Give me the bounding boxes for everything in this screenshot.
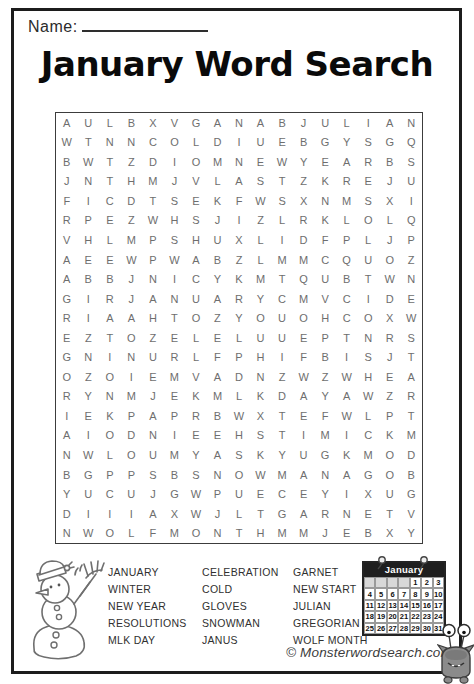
grid-cell-r20c2[interactable]: U (78, 484, 100, 504)
grid-cell-r21c2[interactable]: I (78, 504, 100, 524)
grid-cell-r21c10[interactable]: T (250, 504, 272, 524)
grid-cell-r22c9[interactable]: T (228, 523, 250, 543)
grid-cell-r13c10[interactable]: H (250, 348, 272, 368)
grid-cell-r7c11[interactable]: I (271, 230, 293, 250)
grid-cell-r4c14[interactable]: R (336, 172, 358, 192)
grid-cell-r9c1[interactable]: A (56, 269, 78, 289)
grid-cell-r11c11[interactable]: U (271, 308, 293, 328)
grid-cell-r16c3[interactable]: K (99, 406, 121, 426)
grid-cell-r11c17[interactable]: W (400, 308, 422, 328)
grid-cell-r7c9[interactable]: X (228, 230, 250, 250)
grid-cell-r2c15[interactable]: S (357, 133, 379, 153)
grid-cell-r11c1[interactable]: R (56, 308, 78, 328)
grid-cell-r5c10[interactable]: W (250, 191, 272, 211)
grid-cell-r20c10[interactable]: E (250, 484, 272, 504)
grid-cell-r1c5[interactable]: X (142, 113, 164, 133)
grid-cell-r3c15[interactable]: R (357, 152, 379, 172)
grid-cell-r9c12[interactable]: Q (293, 269, 315, 289)
grid-cell-r3c13[interactable]: E (314, 152, 336, 172)
grid-cell-r15c13[interactable]: Y (314, 387, 336, 407)
grid-cell-r6c17[interactable]: Q (400, 211, 422, 231)
grid-cell-r14c6[interactable]: M (164, 367, 186, 387)
grid-cell-r1c3[interactable]: L (99, 113, 121, 133)
grid-cell-r3c12[interactable]: Y (293, 152, 315, 172)
grid-cell-r11c15[interactable]: O (357, 308, 379, 328)
grid-cell-r18c12[interactable]: U (293, 445, 315, 465)
grid-cell-r15c12[interactable]: A (293, 387, 315, 407)
grid-cell-r18c4[interactable]: O (121, 445, 143, 465)
grid-cell-r17c10[interactable]: S (250, 426, 272, 446)
grid-cell-r16c9[interactable]: W (228, 406, 250, 426)
grid-cell-r4c11[interactable]: T (271, 172, 293, 192)
grid-cell-r21c3[interactable]: I (99, 504, 121, 524)
grid-cell-r15c11[interactable]: D (271, 387, 293, 407)
grid-cell-r5c16[interactable]: X (379, 191, 401, 211)
grid-cell-r8c7[interactable]: A (185, 250, 207, 270)
grid-cell-r9c5[interactable]: N (142, 269, 164, 289)
grid-cell-r17c13[interactable]: M (314, 426, 336, 446)
grid-cell-r19c2[interactable]: G (78, 465, 100, 485)
grid-cell-r18c1[interactable]: N (56, 445, 78, 465)
grid-cell-r22c17[interactable]: Y (400, 523, 422, 543)
grid-cell-r13c17[interactable]: T (400, 348, 422, 368)
grid-cell-r15c6[interactable]: E (164, 387, 186, 407)
grid-cell-r21c15[interactable]: E (357, 504, 379, 524)
grid-cell-r14c10[interactable]: N (250, 367, 272, 387)
grid-cell-r2c3[interactable]: N (99, 133, 121, 153)
grid-cell-r7c14[interactable]: P (336, 230, 358, 250)
grid-cell-r2c17[interactable]: Q (400, 133, 422, 153)
grid-cell-r17c14[interactable]: I (336, 426, 358, 446)
grid-cell-r7c8[interactable]: U (207, 230, 229, 250)
grid-cell-r11c7[interactable]: O (185, 308, 207, 328)
grid-cell-r10c2[interactable]: I (78, 289, 100, 309)
grid-cell-r17c12[interactable]: I (293, 426, 315, 446)
grid-cell-r3c5[interactable]: D (142, 152, 164, 172)
grid-cell-r8c14[interactable]: Q (336, 250, 358, 270)
grid-cell-r13c2[interactable]: N (78, 348, 100, 368)
grid-cell-r4c6[interactable]: J (164, 172, 186, 192)
grid-cell-r12c8[interactable]: E (207, 328, 229, 348)
grid-cell-r3c7[interactable]: O (185, 152, 207, 172)
grid-cell-r3c2[interactable]: W (78, 152, 100, 172)
grid-cell-r1c7[interactable]: G (185, 113, 207, 133)
grid-cell-r8c16[interactable]: O (379, 250, 401, 270)
grid-cell-r8c4[interactable]: W (121, 250, 143, 270)
grid-cell-r1c10[interactable]: A (250, 113, 272, 133)
grid-cell-r15c10[interactable]: K (250, 387, 272, 407)
grid-cell-r7c5[interactable]: P (142, 230, 164, 250)
grid-cell-r6c4[interactable]: Z (121, 211, 143, 231)
grid-cell-r13c5[interactable]: U (142, 348, 164, 368)
grid-cell-r8c3[interactable]: E (99, 250, 121, 270)
grid-cell-r4c4[interactable]: H (121, 172, 143, 192)
grid-cell-r10c10[interactable]: Y (250, 289, 272, 309)
grid-cell-r12c13[interactable]: P (314, 328, 336, 348)
grid-cell-r18c17[interactable]: D (400, 445, 422, 465)
grid-cell-r15c16[interactable]: Z (379, 387, 401, 407)
grid-cell-r21c11[interactable]: G (271, 504, 293, 524)
grid-cell-r1c4[interactable]: B (121, 113, 143, 133)
grid-cell-r21c14[interactable]: N (336, 504, 358, 524)
grid-cell-r10c17[interactable]: E (400, 289, 422, 309)
grid-cell-r22c3[interactable]: O (99, 523, 121, 543)
grid-cell-r16c13[interactable]: F (314, 406, 336, 426)
grid-cell-r3c6[interactable]: I (164, 152, 186, 172)
grid-cell-r14c8[interactable]: A (207, 367, 229, 387)
grid-cell-r5c11[interactable]: S (271, 191, 293, 211)
grid-cell-r11c2[interactable]: I (78, 308, 100, 328)
grid-cell-r4c13[interactable]: K (314, 172, 336, 192)
grid-cell-r2c6[interactable]: O (164, 133, 186, 153)
grid-cell-r10c12[interactable]: M (293, 289, 315, 309)
grid-cell-r10c4[interactable]: J (121, 289, 143, 309)
grid-cell-r5c4[interactable]: D (121, 191, 143, 211)
grid-cell-r12c16[interactable]: R (379, 328, 401, 348)
grid-cell-r19c10[interactable]: W (250, 465, 272, 485)
grid-cell-r13c6[interactable]: R (164, 348, 186, 368)
grid-cell-r14c9[interactable]: D (228, 367, 250, 387)
grid-cell-r20c8[interactable]: P (207, 484, 229, 504)
grid-cell-r6c2[interactable]: P (78, 211, 100, 231)
grid-cell-r7c17[interactable]: P (400, 230, 422, 250)
grid-cell-r7c2[interactable]: H (78, 230, 100, 250)
grid-cell-r5c1[interactable]: F (56, 191, 78, 211)
grid-cell-r12c10[interactable]: U (250, 328, 272, 348)
grid-cell-r2c12[interactable]: B (293, 133, 315, 153)
grid-cell-r6c16[interactable]: L (379, 211, 401, 231)
grid-cell-r11c5[interactable]: H (142, 308, 164, 328)
grid-cell-r11c4[interactable]: A (121, 308, 143, 328)
grid-cell-r21c8[interactable]: J (207, 504, 229, 524)
grid-cell-r4c8[interactable]: L (207, 172, 229, 192)
grid-cell-r9c17[interactable]: N (400, 269, 422, 289)
grid-cell-r19c13[interactable]: N (314, 465, 336, 485)
grid-cell-r15c7[interactable]: K (185, 387, 207, 407)
grid-cell-r4c1[interactable]: J (56, 172, 78, 192)
grid-cell-r3c4[interactable]: Z (121, 152, 143, 172)
grid-cell-r22c1[interactable]: N (56, 523, 78, 543)
grid-cell-r20c13[interactable]: Y (314, 484, 336, 504)
grid-cell-r20c4[interactable]: U (121, 484, 143, 504)
grid-cell-r4c12[interactable]: Z (293, 172, 315, 192)
grid-cell-r6c3[interactable]: E (99, 211, 121, 231)
grid-cell-r5c5[interactable]: T (142, 191, 164, 211)
grid-cell-r18c11[interactable]: Y (271, 445, 293, 465)
grid-cell-r9c15[interactable]: T (357, 269, 379, 289)
grid-cell-r8c12[interactable]: M (293, 250, 315, 270)
grid-cell-r22c13[interactable]: J (314, 523, 336, 543)
grid-cell-r8c10[interactable]: L (250, 250, 272, 270)
grid-cell-r19c15[interactable]: G (357, 465, 379, 485)
grid-cell-r21c5[interactable]: A (142, 504, 164, 524)
grid-cell-r6c8[interactable]: J (207, 211, 229, 231)
grid-cell-r16c1[interactable]: I (56, 406, 78, 426)
grid-cell-r14c17[interactable]: A (400, 367, 422, 387)
grid-cell-r10c5[interactable]: A (142, 289, 164, 309)
grid-cell-r19c3[interactable]: P (99, 465, 121, 485)
grid-cell-r20c5[interactable]: J (142, 484, 164, 504)
grid-cell-r2c13[interactable]: G (314, 133, 336, 153)
grid-cell-r3c8[interactable]: M (207, 152, 229, 172)
grid-cell-r18c3[interactable]: L (99, 445, 121, 465)
grid-cell-r12c12[interactable]: E (293, 328, 315, 348)
grid-cell-r1c15[interactable]: I (357, 113, 379, 133)
grid-cell-r8c9[interactable]: Z (228, 250, 250, 270)
grid-cell-r19c7[interactable]: S (185, 465, 207, 485)
grid-cell-r15c9[interactable]: L (228, 387, 250, 407)
name-blank-line[interactable] (82, 15, 208, 32)
grid-cell-r7c13[interactable]: F (314, 230, 336, 250)
grid-cell-r1c9[interactable]: N (228, 113, 250, 133)
grid-cell-r4c16[interactable]: J (379, 172, 401, 192)
grid-cell-r13c4[interactable]: N (121, 348, 143, 368)
grid-cell-r4c9[interactable]: A (228, 172, 250, 192)
grid-cell-r2c1[interactable]: W (56, 133, 78, 153)
grid-cell-r11c9[interactable]: Y (228, 308, 250, 328)
grid-cell-r13c3[interactable]: I (99, 348, 121, 368)
grid-cell-r4c17[interactable]: U (400, 172, 422, 192)
grid-cell-r2c8[interactable]: D (207, 133, 229, 153)
grid-cell-r16c4[interactable]: P (121, 406, 143, 426)
grid-cell-r17c3[interactable]: O (99, 426, 121, 446)
grid-cell-r1c2[interactable]: U (78, 113, 100, 133)
grid-cell-r10c14[interactable]: C (336, 289, 358, 309)
grid-cell-r3c11[interactable]: W (271, 152, 293, 172)
grid-cell-r10c3[interactable]: R (99, 289, 121, 309)
grid-cell-r13c15[interactable]: S (357, 348, 379, 368)
grid-cell-r11c12[interactable]: O (293, 308, 315, 328)
grid-cell-r17c7[interactable]: E (185, 426, 207, 446)
grid-cell-r19c4[interactable]: P (121, 465, 143, 485)
grid-cell-r5c17[interactable]: I (400, 191, 422, 211)
grid-cell-r15c15[interactable]: W (357, 387, 379, 407)
grid-cell-r8c11[interactable]: M (271, 250, 293, 270)
grid-cell-r18c13[interactable]: G (314, 445, 336, 465)
grid-cell-r22c14[interactable]: E (336, 523, 358, 543)
grid-cell-r15c8[interactable]: M (207, 387, 229, 407)
grid-cell-r6c12[interactable]: R (293, 211, 315, 231)
grid-cell-r6c1[interactable]: R (56, 211, 78, 231)
grid-cell-r15c17[interactable]: R (400, 387, 422, 407)
grid-cell-r14c15[interactable]: H (357, 367, 379, 387)
grid-cell-r16c10[interactable]: X (250, 406, 272, 426)
grid-cell-r5c7[interactable]: E (185, 191, 207, 211)
grid-cell-r20c15[interactable]: X (357, 484, 379, 504)
grid-cell-r6c10[interactable]: Z (250, 211, 272, 231)
grid-cell-r6c9[interactable]: I (228, 211, 250, 231)
grid-cell-r5c3[interactable]: C (99, 191, 121, 211)
grid-cell-r17c8[interactable]: E (207, 426, 229, 446)
grid-cell-r7c1[interactable]: V (56, 230, 78, 250)
grid-cell-r10c6[interactable]: N (164, 289, 186, 309)
grid-cell-r21c9[interactable]: L (228, 504, 250, 524)
grid-cell-r4c5[interactable]: M (142, 172, 164, 192)
grid-cell-r11c3[interactable]: A (99, 308, 121, 328)
grid-cell-r5c15[interactable]: S (357, 191, 379, 211)
grid-cell-r6c7[interactable]: S (185, 211, 207, 231)
grid-cell-r14c7[interactable]: V (185, 367, 207, 387)
grid-cell-r19c5[interactable]: S (142, 465, 164, 485)
grid-cell-r5c9[interactable]: F (228, 191, 250, 211)
grid-cell-r14c5[interactable]: E (142, 367, 164, 387)
grid-cell-r13c1[interactable]: G (56, 348, 78, 368)
grid-cell-r14c16[interactable]: E (379, 367, 401, 387)
grid-cell-r16c14[interactable]: W (336, 406, 358, 426)
grid-cell-r17c9[interactable]: H (228, 426, 250, 446)
grid-cell-r8c8[interactable]: B (207, 250, 229, 270)
grid-cell-r14c12[interactable]: W (293, 367, 315, 387)
grid-cell-r1c12[interactable]: J (293, 113, 315, 133)
grid-cell-r12c6[interactable]: E (164, 328, 186, 348)
grid-cell-r2c7[interactable]: L (185, 133, 207, 153)
grid-cell-r11c14[interactable]: C (336, 308, 358, 328)
grid-cell-r14c2[interactable]: Z (78, 367, 100, 387)
grid-cell-r17c17[interactable]: M (400, 426, 422, 446)
grid-cell-r7c12[interactable]: D (293, 230, 315, 250)
grid-cell-r3c14[interactable]: A (336, 152, 358, 172)
grid-cell-r18c2[interactable]: W (78, 445, 100, 465)
grid-cell-r13c13[interactable]: B (314, 348, 336, 368)
grid-cell-r19c16[interactable]: O (379, 465, 401, 485)
grid-cell-r8c15[interactable]: U (357, 250, 379, 270)
grid-cell-r1c17[interactable]: N (400, 113, 422, 133)
grid-cell-r9c10[interactable]: M (250, 269, 272, 289)
grid-cell-r19c1[interactable]: B (56, 465, 78, 485)
grid-cell-r16c5[interactable]: A (142, 406, 164, 426)
grid-cell-r1c11[interactable]: B (271, 113, 293, 133)
grid-cell-r11c6[interactable]: T (164, 308, 186, 328)
grid-cell-r20c6[interactable]: G (164, 484, 186, 504)
grid-cell-r5c14[interactable]: M (336, 191, 358, 211)
grid-cell-r18c15[interactable]: M (357, 445, 379, 465)
grid-cell-r20c17[interactable]: G (400, 484, 422, 504)
grid-cell-r17c15[interactable]: C (357, 426, 379, 446)
grid-cell-r13c14[interactable]: I (336, 348, 358, 368)
grid-cell-r20c9[interactable]: U (228, 484, 250, 504)
grid-cell-r9c13[interactable]: U (314, 269, 336, 289)
grid-cell-r6c11[interactable]: L (271, 211, 293, 231)
grid-cell-r16c17[interactable]: T (400, 406, 422, 426)
grid-cell-r12c3[interactable]: T (99, 328, 121, 348)
grid-cell-r12c15[interactable]: N (357, 328, 379, 348)
grid-cell-r4c15[interactable]: E (357, 172, 379, 192)
grid-cell-r1c13[interactable]: U (314, 113, 336, 133)
grid-cell-r5c13[interactable]: N (314, 191, 336, 211)
grid-cell-r13c12[interactable]: F (293, 348, 315, 368)
grid-cell-r17c6[interactable]: I (164, 426, 186, 446)
grid-cell-r16c8[interactable]: B (207, 406, 229, 426)
grid-cell-r9c11[interactable]: T (271, 269, 293, 289)
grid-cell-r16c2[interactable]: E (78, 406, 100, 426)
grid-cell-r15c4[interactable]: M (121, 387, 143, 407)
grid-cell-r8c5[interactable]: P (142, 250, 164, 270)
grid-cell-r18c5[interactable]: U (142, 445, 164, 465)
grid-cell-r7c16[interactable]: J (379, 230, 401, 250)
grid-cell-r4c3[interactable]: T (99, 172, 121, 192)
grid-cell-r19c14[interactable]: A (336, 465, 358, 485)
grid-cell-r16c7[interactable]: R (185, 406, 207, 426)
grid-cell-r3c16[interactable]: B (379, 152, 401, 172)
grid-cell-r18c14[interactable]: K (336, 445, 358, 465)
grid-cell-r3c9[interactable]: N (228, 152, 250, 172)
grid-cell-r4c7[interactable]: V (185, 172, 207, 192)
grid-cell-r22c7[interactable]: O (185, 523, 207, 543)
grid-cell-r5c8[interactable]: K (207, 191, 229, 211)
grid-cell-r14c11[interactable]: Z (271, 367, 293, 387)
grid-cell-r22c2[interactable]: W (78, 523, 100, 543)
grid-cell-r13c16[interactable]: J (379, 348, 401, 368)
grid-cell-r2c5[interactable]: C (142, 133, 164, 153)
grid-cell-r7c3[interactable]: L (99, 230, 121, 250)
grid-cell-r2c16[interactable]: G (379, 133, 401, 153)
grid-cell-r6c14[interactable]: L (336, 211, 358, 231)
grid-cell-r17c16[interactable]: K (379, 426, 401, 446)
grid-cell-r20c3[interactable]: C (99, 484, 121, 504)
grid-cell-r10c9[interactable]: R (228, 289, 250, 309)
grid-cell-r19c8[interactable]: N (207, 465, 229, 485)
grid-cell-r21c16[interactable]: T (379, 504, 401, 524)
grid-cell-r22c11[interactable]: M (271, 523, 293, 543)
grid-cell-r3c3[interactable]: T (99, 152, 121, 172)
grid-cell-r18c7[interactable]: Y (185, 445, 207, 465)
grid-cell-r4c2[interactable]: N (78, 172, 100, 192)
grid-cell-r18c10[interactable]: K (250, 445, 272, 465)
grid-cell-r12c1[interactable]: E (56, 328, 78, 348)
grid-cell-r12c4[interactable]: O (121, 328, 143, 348)
grid-cell-r7c4[interactable]: M (121, 230, 143, 250)
grid-cell-r16c6[interactable]: P (164, 406, 186, 426)
grid-cell-r10c1[interactable]: G (56, 289, 78, 309)
grid-cell-r19c12[interactable]: A (293, 465, 315, 485)
grid-cell-r7c10[interactable]: L (250, 230, 272, 250)
grid-cell-r18c6[interactable]: M (164, 445, 186, 465)
grid-cell-r8c17[interactable]: Z (400, 250, 422, 270)
grid-cell-r19c9[interactable]: O (228, 465, 250, 485)
grid-cell-r18c8[interactable]: A (207, 445, 229, 465)
grid-cell-r7c6[interactable]: S (164, 230, 186, 250)
grid-cell-r11c8[interactable]: Z (207, 308, 229, 328)
grid-cell-r20c14[interactable]: I (336, 484, 358, 504)
grid-cell-r20c1[interactable]: Y (56, 484, 78, 504)
grid-cell-r20c7[interactable]: W (185, 484, 207, 504)
grid-cell-r15c14[interactable]: A (336, 387, 358, 407)
grid-cell-r6c5[interactable]: W (142, 211, 164, 231)
grid-cell-r13c7[interactable]: L (185, 348, 207, 368)
grid-cell-r10c7[interactable]: U (185, 289, 207, 309)
grid-cell-r21c6[interactable]: X (164, 504, 186, 524)
grid-cell-r9c14[interactable]: B (336, 269, 358, 289)
grid-cell-r9c3[interactable]: B (99, 269, 121, 289)
grid-cell-r12c17[interactable]: S (400, 328, 422, 348)
grid-cell-r17c4[interactable]: D (121, 426, 143, 446)
grid-cell-r21c12[interactable]: A (293, 504, 315, 524)
grid-cell-r21c7[interactable]: W (185, 504, 207, 524)
grid-cell-r1c8[interactable]: A (207, 113, 229, 133)
grid-cell-r9c9[interactable]: K (228, 269, 250, 289)
grid-cell-r18c16[interactable]: O (379, 445, 401, 465)
grid-cell-r16c16[interactable]: P (379, 406, 401, 426)
grid-cell-r5c2[interactable]: I (78, 191, 100, 211)
grid-cell-r12c5[interactable]: Z (142, 328, 164, 348)
grid-cell-r15c1[interactable]: R (56, 387, 78, 407)
grid-cell-r13c11[interactable]: I (271, 348, 293, 368)
grid-cell-r10c15[interactable]: I (357, 289, 379, 309)
grid-cell-r8c1[interactable]: A (56, 250, 78, 270)
grid-cell-r14c3[interactable]: O (99, 367, 121, 387)
grid-cell-r16c11[interactable]: T (271, 406, 293, 426)
grid-cell-r8c6[interactable]: W (164, 250, 186, 270)
